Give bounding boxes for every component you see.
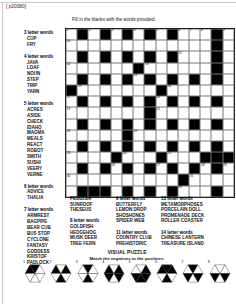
hexagon-sectors-icon <box>50 263 72 283</box>
grid-cell[interactable] <box>111 174 122 185</box>
grid-cell[interactable] <box>88 119 99 130</box>
grid-cell[interactable] <box>88 107 99 118</box>
grid-black-cell <box>211 119 222 130</box>
grid-cell[interactable] <box>77 174 88 185</box>
grid-cell[interactable] <box>189 152 200 163</box>
grid-cell[interactable] <box>178 96 189 107</box>
grid-cell[interactable]: 9 <box>223 29 234 40</box>
grid-cell[interactable] <box>133 119 144 130</box>
grid-cell[interactable] <box>223 63 234 74</box>
grid-cell[interactable]: 10 <box>66 40 77 51</box>
grid-cell[interactable] <box>223 51 234 62</box>
word-item: LEMON DROP <box>116 207 152 213</box>
grid-black-cell <box>100 119 111 130</box>
grid-cell[interactable] <box>223 141 234 152</box>
grid-black-cell <box>167 96 178 107</box>
clue-number: 14 <box>134 74 138 77</box>
page-top-edge-line <box>0 2 236 3</box>
hexagon-figure-4[interactable]: 4 <box>103 263 125 283</box>
grid-cell[interactable] <box>189 40 200 51</box>
grid-cell[interactable] <box>111 40 122 51</box>
grid-cell[interactable] <box>88 51 99 62</box>
grid-cell[interactable] <box>223 74 234 85</box>
grid-cell[interactable] <box>100 63 111 74</box>
clue-number: 10 <box>67 40 71 43</box>
grid-black-cell <box>100 96 111 107</box>
grid-black-cell <box>167 51 178 62</box>
clue-number: 8 <box>201 29 203 32</box>
grid-cell[interactable] <box>189 107 200 118</box>
grid-cell[interactable] <box>133 85 144 96</box>
grid-cell[interactable] <box>200 74 211 85</box>
grid-black-cell <box>144 141 155 152</box>
grid-black-cell <box>144 119 155 130</box>
grid-cell[interactable] <box>178 152 189 163</box>
grid-cell[interactable]: 29 <box>223 163 234 174</box>
grid-cell[interactable] <box>66 119 77 130</box>
grid-cell[interactable] <box>178 119 189 130</box>
grid-cell[interactable] <box>88 130 99 141</box>
hexagon-figure-1[interactable]: 1 <box>24 263 46 283</box>
hexagon-figure-2[interactable]: 2 <box>50 263 72 283</box>
grid-cell[interactable]: 4 <box>133 29 144 40</box>
grid-cell[interactable] <box>66 51 77 62</box>
grid-black-cell <box>189 119 200 130</box>
grid-black-cell <box>77 51 88 62</box>
word-item: TREASURE ISLAND <box>161 241 204 247</box>
grid-black-cell <box>100 74 111 85</box>
grid-cell[interactable] <box>133 141 144 152</box>
grid-cell[interactable] <box>66 163 77 174</box>
page-left-edge-line <box>2 2 3 304</box>
grid-cell[interactable] <box>88 74 99 85</box>
grid-cell[interactable] <box>200 63 211 74</box>
grid-cell[interactable]: 19 <box>66 107 77 118</box>
grid-cell[interactable] <box>200 119 211 130</box>
grid-cell[interactable]: 22 <box>133 130 144 141</box>
hexagon-sectors-icon <box>209 263 231 283</box>
clue-number: 13 <box>145 63 149 66</box>
grid-cell[interactable] <box>122 40 133 51</box>
grid-cell[interactable] <box>156 74 167 85</box>
clue-number: 20 <box>156 108 160 111</box>
clue-number: 24 <box>123 152 127 155</box>
grid-cell[interactable] <box>156 174 167 185</box>
grid-black-cell <box>167 119 178 130</box>
grid-black-cell <box>77 141 88 152</box>
grid-cell[interactable] <box>211 174 222 185</box>
grid-black-cell <box>211 51 222 62</box>
grid-cell[interactable]: 11 <box>178 51 189 62</box>
grid-black-cell <box>122 119 133 130</box>
grid-black-cell <box>211 63 222 74</box>
figure-number: 6 <box>155 261 157 265</box>
clue-number: 19 <box>67 108 71 111</box>
grid-cell[interactable]: 18 <box>156 96 167 107</box>
grid-cell[interactable]: 3 <box>111 29 122 40</box>
clue-number: 7 <box>190 29 192 32</box>
figure-number: 4 <box>102 261 104 265</box>
grid-cell[interactable] <box>223 40 234 51</box>
grid-cell[interactable] <box>167 174 178 185</box>
grid-cell[interactable] <box>133 96 144 107</box>
grid-cell[interactable] <box>144 85 155 96</box>
grid-cell[interactable] <box>77 130 88 141</box>
clue-number: 25 <box>167 152 171 155</box>
grid-black-cell <box>122 163 133 174</box>
grid-cell[interactable] <box>200 96 211 107</box>
grid-cell[interactable] <box>144 174 155 185</box>
hexagon-sectors-icon <box>103 263 125 283</box>
grid-cell[interactable] <box>122 63 133 74</box>
grid-cell[interactable] <box>200 174 211 185</box>
grid-black-cell <box>100 186 111 197</box>
grid-cell[interactable] <box>211 107 222 118</box>
grid-black-cell <box>211 96 222 107</box>
grid-cell[interactable] <box>223 174 234 185</box>
grid-cell[interactable] <box>200 107 211 118</box>
clue-number: 29 <box>223 164 227 167</box>
grid-cell[interactable] <box>156 130 167 141</box>
puzzle-page: [ p20080] Fill in the blanks with the wo… <box>0 0 236 306</box>
grid-cell[interactable] <box>178 85 189 96</box>
grid-cell[interactable]: 15 <box>77 85 88 96</box>
hexagon-sectors-icon <box>130 263 152 283</box>
grid-cell[interactable] <box>100 40 111 51</box>
grid-black-cell <box>100 29 111 40</box>
grid-black-cell <box>77 29 88 40</box>
grid-black-cell <box>122 74 133 85</box>
word-item: BEAR CUB <box>24 225 53 231</box>
grid-black-cell <box>144 96 155 107</box>
grid-black-cell <box>211 141 222 152</box>
grid-cell[interactable] <box>156 51 167 62</box>
grid-cell[interactable]: 21 <box>66 130 77 141</box>
grid-cell[interactable]: 27 <box>156 163 167 174</box>
grid-cell[interactable] <box>189 51 200 62</box>
clue-number: 26 <box>111 164 115 167</box>
grid-cell[interactable] <box>66 74 77 85</box>
grid-cell[interactable] <box>133 163 144 174</box>
grid-cell[interactable] <box>223 96 234 107</box>
grid-cell[interactable] <box>88 96 99 107</box>
clue-number: 12 <box>67 63 71 66</box>
grid-cell[interactable]: 12 <box>66 63 77 74</box>
grid-cell[interactable] <box>167 63 178 74</box>
grid-cell[interactable] <box>167 107 178 118</box>
hexagon-figure-7[interactable]: 7 <box>182 263 204 283</box>
word-item: CYCLONE <box>24 237 53 243</box>
grid-cell[interactable]: 31 <box>189 174 200 185</box>
grid-cell[interactable] <box>200 51 211 62</box>
grid-black-cell <box>77 119 88 130</box>
grid-cell[interactable] <box>133 174 144 185</box>
figure-number: 5 <box>129 261 131 265</box>
grid-cell[interactable] <box>178 107 189 118</box>
grid-black-cell <box>144 51 155 62</box>
word-item: PORCELAIN DOLL <box>161 207 204 213</box>
grid-cell[interactable] <box>189 85 200 96</box>
grid-black-cell <box>178 174 189 185</box>
figure-number: 3 <box>76 261 78 265</box>
grid-black-cell <box>77 163 88 174</box>
hexagon-figure-8[interactable]: 8 <box>209 263 231 283</box>
clue-number: 30 <box>67 175 71 178</box>
grid-cell[interactable] <box>223 130 234 141</box>
word-group-header: 4 letter words <box>24 54 53 60</box>
grid-cell[interactable] <box>223 85 234 96</box>
grid-cell[interactable]: 13 <box>144 63 155 74</box>
grid-cell[interactable]: 6 <box>178 29 189 40</box>
hexagon-figure-6[interactable]: 6 <box>156 263 178 283</box>
grid-cell[interactable] <box>111 85 122 96</box>
clue-number: 5 <box>156 29 158 32</box>
clue-number: 23 <box>67 152 71 155</box>
grid-black-cell <box>122 51 133 62</box>
word-item: COUNTRY CLUB <box>116 235 152 241</box>
grid-cell[interactable] <box>100 107 111 118</box>
grid-black-cell <box>211 163 222 174</box>
grid-black-cell <box>77 96 88 107</box>
grid-cell[interactable] <box>100 130 111 141</box>
word-item: ROLLER COASTER <box>161 218 204 224</box>
grid-cell[interactable] <box>178 63 189 74</box>
grid-cell[interactable] <box>200 130 211 141</box>
grid-black-cell <box>100 163 111 174</box>
grid-cell[interactable] <box>88 152 99 163</box>
grid-cell[interactable] <box>167 130 178 141</box>
grid-black-cell <box>144 107 155 118</box>
grid-cell[interactable]: 30 <box>66 174 77 185</box>
figure-number: 2 <box>49 261 51 265</box>
grid-cell[interactable] <box>111 63 122 74</box>
grid-cell[interactable] <box>77 63 88 74</box>
grid-cell[interactable] <box>88 85 99 96</box>
hexagon-sectors-icon <box>24 263 46 283</box>
grid-cell[interactable] <box>111 51 122 62</box>
word-item: CHINESE LANTERN <box>161 235 204 241</box>
grid-cell[interactable] <box>100 85 111 96</box>
clue-number: 9 <box>223 29 225 32</box>
grid-black-cell <box>200 152 211 163</box>
grid-cell[interactable]: 25 <box>167 152 178 163</box>
grid-cell[interactable] <box>178 141 189 152</box>
clue-number: 18 <box>156 96 160 99</box>
bottom-word-list-1: PEDDLERSUNROOFTHESEUS8 letter wordsGOLDF… <box>70 196 99 246</box>
grid-cell[interactable] <box>133 107 144 118</box>
grid-cell[interactable]: 26 <box>111 163 122 174</box>
left-word-list: 3 letter wordsCUPFRY4 letter wordsJAVALO… <box>24 30 53 266</box>
hexagon-sectors-icon <box>156 263 178 283</box>
grid-cell[interactable]: 24 <box>122 152 133 163</box>
grid-cell[interactable] <box>77 40 88 51</box>
grid-cell[interactable] <box>156 40 167 51</box>
fill-in-crossword-grid: 1234567891011121314151617181920212223242… <box>65 28 235 198</box>
clue-number: 22 <box>134 130 138 133</box>
grid-cell[interactable] <box>156 141 167 152</box>
grid-cell[interactable] <box>88 141 99 152</box>
grid-cell[interactable]: 23 <box>66 152 77 163</box>
grid-black-cell <box>122 29 133 40</box>
grid-cell[interactable] <box>100 174 111 185</box>
grid-cell[interactable] <box>133 40 144 51</box>
hexagon-sectors-icon <box>182 263 204 283</box>
grid-cell[interactable] <box>111 119 122 130</box>
grid-black-cell <box>122 96 133 107</box>
grid-cell[interactable] <box>223 107 234 118</box>
grid-cell[interactable] <box>122 107 133 118</box>
page-id: [ p20080] <box>6 4 26 9</box>
bottom-word-list-2: 9 letter wordsBUTTERFLYLEMON DROPSHOSHON… <box>116 196 152 246</box>
figure-number: 1 <box>23 261 25 265</box>
figure-number: 7 <box>181 261 183 265</box>
visual-puzzle-subtitle: Match the negatives to the positives. <box>24 256 230 261</box>
clue-number: 31 <box>190 175 194 178</box>
clue-number: 32 <box>179 186 183 189</box>
grid-black-cell <box>167 29 178 40</box>
hexagon-sectors-icon <box>77 263 99 283</box>
grid-cell[interactable] <box>189 130 200 141</box>
grid-cell[interactable]: 16 <box>167 85 178 96</box>
word-item: MUSK DEER <box>70 235 99 241</box>
clue-number: 15 <box>78 85 82 88</box>
grid-cell[interactable] <box>77 152 88 163</box>
word-item: PREHISTORIC <box>116 241 152 247</box>
visual-puzzle-figure-row: 12345678 <box>24 263 232 283</box>
grid-cell[interactable] <box>100 152 111 163</box>
grid-cell[interactable] <box>88 163 99 174</box>
clue-number: 4 <box>134 29 136 32</box>
visual-puzzle-title: VISUAL PUZZLE <box>24 249 230 255</box>
grid-black-cell <box>144 74 155 85</box>
grid-cell[interactable] <box>133 51 144 62</box>
grid-cell[interactable] <box>223 119 234 130</box>
grid-cell[interactable] <box>88 63 99 74</box>
grid-black-cell <box>211 74 222 85</box>
clue-number: 16 <box>167 85 171 88</box>
grid-black-cell <box>211 40 222 51</box>
grid-cell[interactable]: 8 <box>200 29 211 40</box>
hexagon-figure-3[interactable]: 3 <box>77 263 99 283</box>
clue-number: 11 <box>179 52 182 55</box>
grid-cell[interactable]: 14 <box>133 74 144 85</box>
word-item: BUS STOP <box>24 231 53 237</box>
word-item: TREE FERN <box>70 241 99 247</box>
grid-cell[interactable] <box>167 40 178 51</box>
grid-cell[interactable] <box>178 130 189 141</box>
grid-black-cell <box>167 163 178 174</box>
grid-black-cell <box>100 51 111 62</box>
grid-black-cell <box>189 96 200 107</box>
hexagon-figure-5[interactable]: 5 <box>130 263 152 283</box>
grid-cell[interactable] <box>111 107 122 118</box>
grid-black-cell <box>211 29 222 40</box>
grid-cell[interactable] <box>133 152 144 163</box>
clue-number: 27 <box>156 164 160 167</box>
clue-number: 6 <box>179 29 181 32</box>
grid-cell[interactable] <box>111 130 122 141</box>
grid-black-cell <box>189 74 200 85</box>
clue-number: 17 <box>67 96 71 99</box>
grid-cell[interactable] <box>189 63 200 74</box>
grid-cell[interactable] <box>144 40 155 51</box>
grid-black-cell <box>189 141 200 152</box>
grid-cell[interactable] <box>144 130 155 141</box>
grid-black-cell <box>211 186 222 197</box>
grid-cell[interactable] <box>144 152 155 163</box>
grid-cell[interactable] <box>178 163 189 174</box>
grid-cell[interactable] <box>111 74 122 85</box>
grid-black-cell <box>100 141 111 152</box>
grid-black-cell <box>211 152 222 163</box>
grid-cell[interactable] <box>156 119 167 130</box>
clue-number: 3 <box>111 29 113 32</box>
grid-black-cell <box>144 29 155 40</box>
grid-cell[interactable]: 20 <box>156 107 167 118</box>
grid-cell[interactable] <box>211 85 222 96</box>
grid-cell[interactable]: 28 <box>200 163 211 174</box>
grid-black-cell <box>156 152 167 163</box>
grid-cell[interactable] <box>200 141 211 152</box>
grid-cell[interactable] <box>200 40 211 51</box>
grid-black-cell <box>111 152 122 163</box>
grid-cell[interactable] <box>178 40 189 51</box>
clue-number: 21 <box>67 130 71 133</box>
puzzle-instruction: Fill in the blanks with the words provid… <box>72 17 156 22</box>
bottom-word-list-3: 13 letter wordsMETAMORPHOSESPORCELAIN DO… <box>161 196 204 246</box>
grid-cell[interactable] <box>77 107 88 118</box>
grid-black-cell <box>122 130 133 141</box>
grid-black-cell <box>223 152 234 163</box>
grid-cell[interactable] <box>111 96 122 107</box>
clue-number: 28 <box>201 164 205 167</box>
grid-cell[interactable]: 17 <box>66 96 77 107</box>
grid-cell[interactable] <box>200 85 211 96</box>
grid-cell[interactable]: 7 <box>189 29 200 40</box>
clue-number: 2 <box>89 29 91 32</box>
word-group-header: 5 letter words <box>24 101 53 107</box>
grid-cell[interactable] <box>88 174 99 185</box>
grid-cell[interactable] <box>156 63 167 74</box>
grid-black-cell <box>189 163 200 174</box>
grid-cell[interactable] <box>111 141 122 152</box>
grid-cell[interactable] <box>88 40 99 51</box>
grid-cell[interactable]: 2 <box>88 29 99 40</box>
grid-cell[interactable]: 5 <box>156 29 167 40</box>
grid-black-cell <box>144 163 155 174</box>
grid-cell[interactable] <box>122 85 133 96</box>
grid-cell[interactable] <box>211 130 222 141</box>
grid-cell[interactable] <box>122 174 133 185</box>
grid-cell[interactable] <box>178 74 189 85</box>
figure-number: 8 <box>208 261 210 265</box>
grid-cell[interactable] <box>223 186 234 197</box>
clue-number: 1 <box>67 29 69 32</box>
